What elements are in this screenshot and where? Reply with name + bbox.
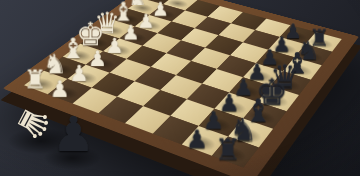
white-rook-glyph: ♜ (23, 66, 46, 92)
black-rook-h8: ♜ (227, 135, 253, 164)
square-h8: ♜ (212, 136, 259, 167)
shadow (8, 128, 74, 154)
black-rook-glyph: ♜ (214, 135, 240, 164)
white-pawn-e2: ♟ (114, 36, 133, 57)
white-pawn-g2: ♟ (79, 63, 99, 85)
chess-photo-scene: ♜♟♟♜♞♟♟♞♝♟♟♝♛♟♟♛♚♟♟♚♝♟♟♝♞♟♟♞♜♟♟♜ ♛ ♟ (0, 0, 360, 176)
board-squares: ♜♟♟♜♞♟♟♞♝♟♟♝♛♟♟♛♚♟♟♚♝♟♟♝♞♟♟♞♜♟♟♜ (24, 0, 342, 168)
white-pawn-h2: ♟ (59, 78, 79, 101)
square-d4 (166, 40, 205, 61)
white-pawn-glyph: ♟ (49, 78, 69, 101)
white-pawn-f2: ♟ (97, 49, 116, 70)
black-pawn-glyph: ♟ (185, 127, 208, 152)
shadow (44, 146, 100, 170)
chess-board: ♜♟♟♜♞♟♟♞♝♟♟♝♛♟♟♛♚♟♟♚♝♟♟♝♞♟♟♞♜♟♟♜ (3, 0, 359, 176)
